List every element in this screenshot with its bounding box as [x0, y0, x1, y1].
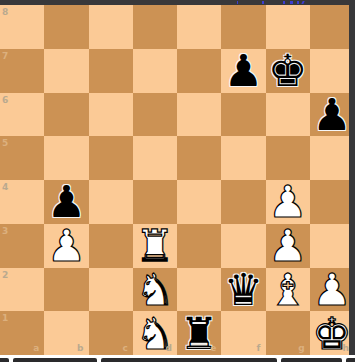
square-b6: [44, 93, 88, 137]
square-h5: [310, 136, 354, 180]
square-g3: ♟: [266, 224, 310, 268]
chess-board: 87♟♚6♟54♟♟3♟♜♟2♞♛♝♟1abcd♞e♜fgh♚: [0, 5, 354, 355]
square-b2: [44, 268, 88, 312]
square-f5: [221, 136, 265, 180]
square-d4: [133, 180, 177, 224]
cropped-button-top[interactable]: [13, 358, 97, 362]
cropped-button-top[interactable]: [281, 358, 342, 362]
square-e7: [177, 49, 221, 93]
cropped-button-top[interactable]: [0, 358, 9, 362]
square-f4: [221, 180, 265, 224]
square-f2: ♛: [221, 268, 265, 312]
square-f6: [221, 93, 265, 137]
square-f1: f: [221, 311, 265, 355]
square-e2: [177, 268, 221, 312]
square-a2: 2: [0, 268, 44, 312]
white-pawn: ♟: [268, 180, 307, 223]
square-a5: 5: [0, 136, 44, 180]
truncated-link-text-fragment[interactable]: [301, 1, 304, 4]
square-e5: [177, 136, 221, 180]
rank-label-3: 3: [2, 227, 8, 236]
rank-label-1: 1: [2, 314, 8, 323]
square-h2: ♟: [310, 268, 354, 312]
truncated-link-text-fragment[interactable]: [297, 1, 299, 4]
square-h7: [310, 49, 354, 93]
rank-label-5: 5: [2, 139, 8, 148]
square-d8: [133, 5, 177, 49]
black-king: ♚: [268, 49, 307, 92]
file-label-b: b: [77, 344, 83, 353]
truncated-link-text-fragment[interactable]: [290, 1, 293, 4]
chess-diagram: 87♟♚6♟54♟♟3♟♜♟2♞♛♝♟1abcd♞e♜fgh♚: [0, 0, 355, 362]
black-queen: ♛: [224, 268, 263, 311]
square-a4: 4: [0, 180, 44, 224]
square-b7: [44, 49, 88, 93]
square-g2: ♝: [266, 268, 310, 312]
square-f8: [221, 5, 265, 49]
square-d5: [133, 136, 177, 180]
square-h3: [310, 224, 354, 268]
truncated-link-text-fragment[interactable]: [262, 1, 264, 4]
rank-label-7: 7: [2, 52, 8, 61]
square-g1: g: [266, 311, 310, 355]
square-g4: ♟: [266, 180, 310, 224]
square-h1: h♚: [310, 311, 354, 355]
white-pawn: ♟: [47, 224, 86, 267]
file-label-f: f: [257, 344, 261, 353]
square-c3: [89, 224, 133, 268]
rank-label-6: 6: [2, 96, 8, 105]
square-c4: [89, 180, 133, 224]
white-pawn: ♟: [268, 224, 307, 267]
square-d7: [133, 49, 177, 93]
truncated-link-text-fragment[interactable]: [237, 1, 238, 4]
square-d3: ♜: [133, 224, 177, 268]
square-h8: [310, 5, 354, 49]
square-e3: [177, 224, 221, 268]
square-g7: ♚: [266, 49, 310, 93]
rank-label-4: 4: [2, 183, 8, 192]
square-a8: 8: [0, 5, 44, 49]
square-b8: [44, 5, 88, 49]
square-b5: [44, 136, 88, 180]
square-b1: b: [44, 311, 88, 355]
square-a7: 7: [0, 49, 44, 93]
file-label-a: a: [33, 344, 39, 353]
file-label-d: d: [166, 344, 172, 353]
square-a1: 1a: [0, 311, 44, 355]
rank-label-2: 2: [2, 271, 8, 280]
square-f7: ♟: [221, 49, 265, 93]
square-c1: c: [89, 311, 133, 355]
square-a3: 3: [0, 224, 44, 268]
square-g8: [266, 5, 310, 49]
square-h6: ♟: [310, 93, 354, 137]
square-c8: [89, 5, 133, 49]
square-d6: [133, 93, 177, 137]
file-label-g: g: [298, 344, 304, 353]
cropped-button-top[interactable]: [101, 358, 277, 362]
square-h4: [310, 180, 354, 224]
square-c7: [89, 49, 133, 93]
file-label-c: c: [122, 344, 127, 353]
square-a6: 6: [0, 93, 44, 137]
cropped-button-top[interactable]: [346, 358, 355, 362]
white-pawn: ♟: [312, 268, 351, 311]
square-e4: [177, 180, 221, 224]
file-label-e: e: [210, 344, 216, 353]
square-g5: [266, 136, 310, 180]
square-d2: ♞: [133, 268, 177, 312]
white-knight: ♞: [135, 268, 174, 311]
truncated-link-text-fragment[interactable]: [283, 1, 285, 4]
white-rook: ♜: [135, 224, 174, 267]
black-pawn: ♟: [47, 180, 86, 223]
square-e6: [177, 93, 221, 137]
square-c2: [89, 268, 133, 312]
rank-label-8: 8: [2, 8, 8, 17]
square-c6: [89, 93, 133, 137]
square-f3: [221, 224, 265, 268]
square-c5: [89, 136, 133, 180]
black-pawn: ♟: [224, 49, 263, 92]
square-e1: e♜: [177, 311, 221, 355]
black-pawn: ♟: [312, 93, 351, 136]
square-b4: ♟: [44, 180, 88, 224]
square-b3: ♟: [44, 224, 88, 268]
square-e8: [177, 5, 221, 49]
cropped-right-frame: [349, 0, 355, 356]
square-g6: [266, 93, 310, 137]
square-d1: d♞: [133, 311, 177, 355]
white-bishop: ♝: [268, 268, 307, 311]
